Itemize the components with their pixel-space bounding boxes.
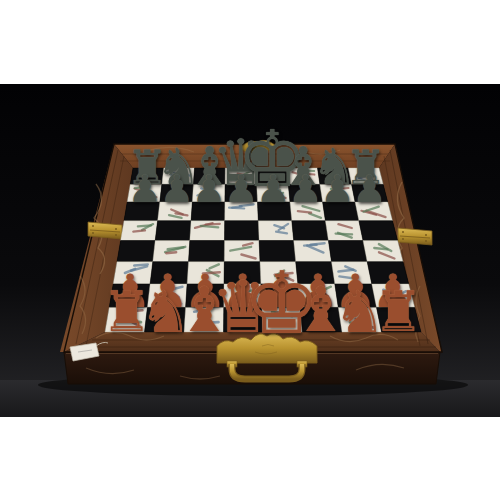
square-art bbox=[206, 224, 220, 225]
square-g5[interactable] bbox=[325, 221, 363, 241]
piece-white-rook-h1[interactable]: ♜ bbox=[373, 284, 423, 340]
square-art bbox=[133, 230, 145, 231]
square-art bbox=[336, 234, 353, 235]
piece-black-pawn-c7[interactable]: ♟ bbox=[192, 169, 226, 207]
piece-black-pawn-f7[interactable]: ♟ bbox=[288, 169, 322, 207]
screw bbox=[115, 234, 117, 236]
square-g4[interactable] bbox=[328, 241, 367, 262]
square-art bbox=[298, 211, 311, 213]
piece-black-pawn-g7[interactable]: ♟ bbox=[320, 169, 354, 207]
piece-black-pawn-a7[interactable]: ♟ bbox=[128, 169, 162, 207]
square-art bbox=[138, 225, 151, 226]
square-b5[interactable] bbox=[155, 221, 191, 241]
square-f5[interactable] bbox=[292, 221, 329, 241]
screw bbox=[425, 234, 427, 236]
piece-black-pawn-e7[interactable]: ♟ bbox=[256, 169, 290, 207]
square-h4[interactable] bbox=[363, 241, 403, 262]
screw bbox=[402, 238, 404, 240]
screw bbox=[402, 231, 404, 233]
square-d5[interactable] bbox=[225, 221, 260, 241]
piece-black-pawn-h7[interactable]: ♟ bbox=[352, 169, 386, 207]
chess-set-photo: ♜♞♝♛♚♝♞♜♟♟♟♟♟♟♟♟♟♟♟♟♟♟♟♟♜♞♝♛♚♝♞♜ bbox=[0, 84, 500, 417]
square-a4[interactable] bbox=[117, 241, 155, 262]
screw bbox=[92, 232, 94, 234]
piece-black-pawn-b7[interactable]: ♟ bbox=[160, 169, 194, 207]
square-c4[interactable] bbox=[189, 241, 225, 262]
square-art bbox=[374, 248, 387, 249]
square-h5[interactable] bbox=[359, 221, 398, 241]
screw bbox=[92, 225, 94, 227]
screw bbox=[425, 240, 427, 242]
square-art bbox=[304, 245, 317, 246]
square-art bbox=[201, 226, 218, 227]
square-art bbox=[166, 252, 176, 253]
screw bbox=[115, 228, 117, 230]
piece-black-pawn-d7[interactable]: ♟ bbox=[224, 169, 258, 207]
